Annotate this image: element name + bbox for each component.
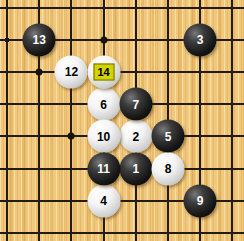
stone-black-7: 7 xyxy=(119,88,152,121)
stone-black-1: 1 xyxy=(119,152,152,185)
move-number-label: 12 xyxy=(65,66,78,78)
grid-line-vertical xyxy=(70,0,72,241)
move-number-label: 5 xyxy=(165,130,172,142)
move-number-label: 4 xyxy=(100,195,107,207)
move-number-label: 1 xyxy=(132,163,139,175)
move-number-label: 8 xyxy=(165,163,172,175)
stone-white-14: 14 xyxy=(87,55,120,88)
edge-square-marker xyxy=(5,38,9,42)
stone-black-5: 5 xyxy=(152,120,185,153)
stone-white-10: 10 xyxy=(87,120,120,153)
stone-white-6: 6 xyxy=(87,88,120,121)
star-point xyxy=(36,68,43,75)
stone-white-2: 2 xyxy=(119,120,152,153)
move-number-label: 2 xyxy=(132,130,139,142)
stone-black-13: 13 xyxy=(23,23,56,56)
stone-white-4: 4 xyxy=(87,184,120,217)
go-board[interactable]: 1234567891011121314 xyxy=(0,0,244,241)
last-move-highlight-label: 14 xyxy=(93,63,114,80)
stone-black-9: 9 xyxy=(184,184,217,217)
grid-line-horizontal xyxy=(0,7,244,9)
star-point xyxy=(68,133,75,140)
move-number-label: 6 xyxy=(100,98,107,110)
stone-black-11: 11 xyxy=(87,152,120,185)
stone-white-8: 8 xyxy=(152,152,185,185)
grid-line-vertical xyxy=(231,0,233,241)
star-point xyxy=(100,36,107,43)
move-number-label: 11 xyxy=(97,163,110,175)
grid-line-vertical xyxy=(6,0,8,241)
move-number-label: 13 xyxy=(33,34,46,46)
move-number-label: 9 xyxy=(197,195,204,207)
stone-black-3: 3 xyxy=(184,23,217,56)
move-number-label: 7 xyxy=(132,98,139,110)
grid-line-horizontal xyxy=(0,232,244,234)
go-diagram: 1234567891011121314 xyxy=(0,0,244,241)
stone-white-12: 12 xyxy=(55,55,88,88)
move-number-label: 10 xyxy=(97,130,110,142)
move-number-label: 3 xyxy=(197,34,204,46)
